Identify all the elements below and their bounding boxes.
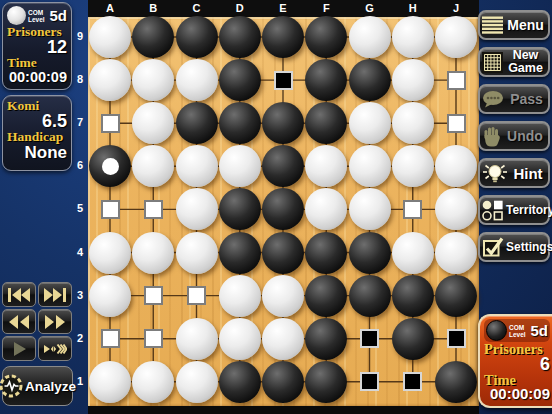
stone-white[interactable] [132,232,174,274]
column-label: E [279,2,286,14]
stone-black[interactable] [392,318,434,360]
territory-marker-black [360,329,379,348]
stone-white[interactable] [176,188,218,230]
stone-black[interactable] [219,102,261,144]
fast-forward-icon [43,314,67,330]
stone-black[interactable] [262,145,304,187]
komi-value: 6.5 [7,113,67,130]
new-game-icon [482,52,503,73]
play-button[interactable] [2,336,36,361]
territory-label: Territory [506,204,552,217]
hint-button[interactable]: Hint [478,158,550,188]
stone-black[interactable] [262,102,304,144]
stone-black[interactable] [305,232,347,274]
stone-black[interactable] [349,232,391,274]
analyze-icon [0,374,23,398]
stone-white[interactable] [349,188,391,230]
row-label: 3 [72,289,88,301]
analyze-button[interactable]: Analyze [2,366,73,406]
territory-marker-black [360,372,379,391]
black-stone-icon [486,320,507,341]
stone-white[interactable] [392,232,434,274]
territory-marker-white [101,329,120,348]
row-label: 1 [72,375,88,387]
white-stone-icon [7,6,26,25]
row-labels: 987654321 [72,0,88,414]
pass-icon [482,90,505,108]
stone-white[interactable] [176,145,218,187]
stone-white[interactable] [392,59,434,101]
go-app: COM Level 5d Prisoners 12 Time 00:00:09 … [0,0,552,414]
undo-button[interactable]: Undo [478,121,550,151]
stone-white[interactable] [176,232,218,274]
row-label: 7 [72,116,88,128]
playback-controls [2,282,73,361]
skip-to-end-icon [43,287,67,303]
analyze-label: Analyze [25,379,76,394]
territory-marker-black [447,329,466,348]
stone-white[interactable] [349,102,391,144]
pass-label: Pass [507,93,546,106]
stone-white[interactable] [219,275,261,317]
stone-black[interactable] [305,275,347,317]
stone-black[interactable] [219,59,261,101]
stone-white[interactable] [392,16,434,58]
stone-black[interactable] [349,59,391,101]
stone-white[interactable] [392,102,434,144]
stone-white[interactable] [435,16,477,58]
territory-marker-black [403,372,422,391]
fast-forward-button[interactable] [38,309,72,334]
territory-marker-white [144,286,163,305]
territory-marker-black [274,71,293,90]
column-labels: ABCDEFGHJ [88,0,479,17]
white-time-value: 00:00:09 [7,70,67,84]
stone-white[interactable] [176,361,218,403]
stone-black[interactable] [435,275,477,317]
stone-black[interactable] [435,361,477,403]
column-label: A [106,2,114,14]
black-time-value: 00:00:09 [484,387,550,401]
territory-marker-white [144,329,163,348]
stone-black[interactable] [219,232,261,274]
last-move-marker [102,158,119,175]
stone-white[interactable] [435,145,477,187]
territory-icon [482,200,504,221]
row-label: 4 [72,246,88,258]
stone-white[interactable] [89,232,131,274]
stone-white[interactable] [392,145,434,187]
stone-white[interactable] [219,145,261,187]
undo-label: Undo [504,130,546,143]
stone-white[interactable] [262,275,304,317]
play-icon [7,341,31,357]
stone-white[interactable] [132,361,174,403]
stone-white[interactable] [89,275,131,317]
black-com-level: 5d [530,322,548,339]
white-prisoners-count: 12 [7,39,67,56]
white-com-level: 5d [49,7,67,24]
skip-to-start-button[interactable] [2,282,36,307]
column-label: J [453,2,459,14]
row-label: 6 [72,159,88,171]
stone-white[interactable] [89,361,131,403]
stone-white[interactable] [219,318,261,360]
stone-black[interactable] [305,16,347,58]
settings-label: Settings [506,241,552,254]
stone-white[interactable] [262,318,304,360]
game-info-panel: Komi 6.5 Handicap None [2,95,72,171]
territory-button[interactable]: Territory [478,195,550,225]
stone-black[interactable] [219,188,261,230]
column-label: C [193,2,201,14]
hint-label: Hint [510,167,546,180]
territory-marker-white [403,200,422,219]
stone-black[interactable] [219,361,261,403]
stone-white[interactable] [349,145,391,187]
column-label: D [236,2,244,14]
handicap-value: None [7,144,67,162]
auto-play-icon [43,341,67,357]
territory-marker-white [101,114,120,133]
new-game-label: New Game [505,49,546,75]
stone-white[interactable] [89,16,131,58]
menu-label: Menu [505,19,546,32]
skip-to-end-button[interactable] [38,282,72,307]
stone-black[interactable] [392,275,434,317]
stone-black[interactable] [219,16,261,58]
column-label: H [409,2,417,14]
settings-icon [482,236,504,258]
rewind-button[interactable] [2,309,36,334]
territory-marker-white [447,71,466,90]
rewind-icon [7,314,31,330]
stone-black[interactable] [262,16,304,58]
territory-marker-white [447,114,466,133]
board-bottom-strip [88,406,479,414]
stone-black[interactable] [132,16,174,58]
handicap-label: Handicap [7,130,67,144]
settings-button[interactable]: Settings [478,232,550,262]
column-label: G [365,2,374,14]
com-level-label-black: COM Level [509,324,528,338]
stone-black[interactable] [176,16,218,58]
stone-black[interactable] [305,361,347,403]
white-time-label: Time [7,56,67,70]
go-board[interactable] [88,17,479,406]
stone-black[interactable] [176,102,218,144]
skip-to-start-icon [7,287,31,303]
row-label: 5 [72,202,88,214]
row-label: 9 [72,30,88,42]
black-player-panel: COM Level 5d Prisoners 6 Time 00:00:09 [478,314,552,408]
row-label: 2 [72,332,88,344]
pass-button[interactable]: Pass [478,84,550,114]
auto-play-button[interactable] [38,336,72,361]
white-player-panel: COM Level 5d Prisoners 12 Time 00:00:09 [2,2,72,90]
black-prisoners-count: 6 [484,356,550,373]
row-label: 8 [72,73,88,85]
new-game-button[interactable]: New Game [478,47,550,77]
stone-black[interactable] [262,361,304,403]
stone-black[interactable] [349,275,391,317]
column-label: B [149,2,157,14]
stone-white[interactable] [176,59,218,101]
com-level-label: COM Level [28,9,47,23]
undo-icon [482,126,502,147]
stone-white[interactable] [435,232,477,274]
territory-marker-white [101,200,120,219]
stone-black[interactable] [305,318,347,360]
stone-black[interactable] [262,232,304,274]
territory-marker-white [144,200,163,219]
territory-marker-white [187,286,206,305]
column-label: F [323,2,330,14]
stone-white[interactable] [89,59,131,101]
board-area: ABCDEFGHJ [88,0,479,414]
menu-button[interactable]: Menu [478,10,550,40]
stone-white[interactable] [349,16,391,58]
menu-icon [482,16,503,34]
hint-icon [482,162,508,184]
stone-white[interactable] [176,318,218,360]
